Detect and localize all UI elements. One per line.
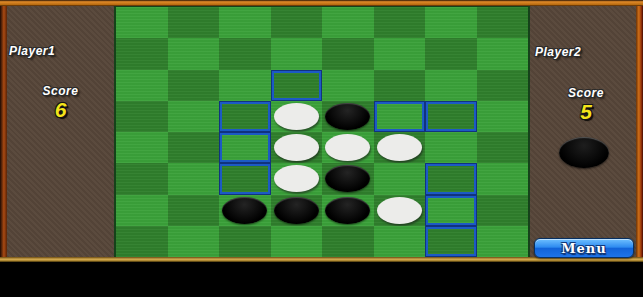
board-cell-r2c3-legal-move[interactable] — [271, 70, 323, 101]
board-cell-r2c2[interactable] — [219, 70, 271, 101]
board-cell-r1c5[interactable] — [374, 38, 426, 69]
board-cell-r5c2-legal-move[interactable] — [219, 163, 271, 194]
board-cell-r0c1[interactable] — [168, 7, 220, 38]
board-cell-r1c7[interactable] — [477, 38, 529, 69]
frame-right-border — [636, 6, 643, 257]
board-cell-r3c0[interactable] — [116, 101, 168, 132]
board-cell-r3c6-legal-move[interactable] — [425, 101, 477, 132]
white-disc — [325, 134, 370, 161]
board-cell-r6c3[interactable] — [271, 195, 323, 226]
board-cell-r3c1[interactable] — [168, 101, 220, 132]
board-cell-r0c0[interactable] — [116, 7, 168, 38]
board — [114, 6, 530, 257]
board-cell-r6c7[interactable] — [477, 195, 529, 226]
board-cell-r5c3[interactable] — [271, 163, 323, 194]
player1-score-label: Score — [7, 84, 114, 98]
board-cell-r4c5[interactable] — [374, 132, 426, 163]
black-disc — [222, 197, 267, 224]
game-screen: Player1 Score 6 Player2 Score 5 Menu — [0, 0, 643, 297]
menu-button-label: Menu — [561, 242, 607, 255]
white-disc — [377, 197, 422, 224]
board-cell-r6c4[interactable] — [322, 195, 374, 226]
board-cell-r7c1[interactable] — [168, 226, 220, 257]
board-cell-r2c7[interactable] — [477, 70, 529, 101]
player2-panel: Player2 Score 5 Menu — [530, 6, 636, 257]
board-cell-r0c7[interactable] — [477, 7, 529, 38]
bottom-letterbox — [0, 262, 643, 297]
board-cell-r0c4[interactable] — [322, 7, 374, 38]
player1-score-value: 6 — [7, 98, 114, 122]
board-cell-r0c6[interactable] — [425, 7, 477, 38]
board-cell-r6c5[interactable] — [374, 195, 426, 226]
board-cell-r5c7[interactable] — [477, 163, 529, 194]
board-cell-r2c0[interactable] — [116, 70, 168, 101]
frame-left-border — [0, 6, 7, 257]
menu-button[interactable]: Menu — [534, 238, 634, 258]
board-cell-r0c2[interactable] — [219, 7, 271, 38]
board-cell-r3c3[interactable] — [271, 101, 323, 132]
board-cell-r2c5[interactable] — [374, 70, 426, 101]
board-cell-r6c6-legal-move[interactable] — [425, 195, 477, 226]
board-cell-r6c2[interactable] — [219, 195, 271, 226]
board-cell-r4c1[interactable] — [168, 132, 220, 163]
board-cell-r7c4[interactable] — [322, 226, 374, 257]
board-cell-r5c4[interactable] — [322, 163, 374, 194]
board-cell-r4c2-legal-move[interactable] — [219, 132, 271, 163]
board-cell-r3c4[interactable] — [322, 101, 374, 132]
white-disc — [274, 103, 319, 130]
white-disc — [274, 134, 319, 161]
white-disc — [274, 165, 319, 192]
board-cell-r1c2[interactable] — [219, 38, 271, 69]
board-cell-r6c0[interactable] — [116, 195, 168, 226]
board-cell-r3c7[interactable] — [477, 101, 529, 132]
board-cell-r7c5[interactable] — [374, 226, 426, 257]
board-cell-r7c6-legal-move[interactable] — [425, 226, 477, 257]
board-cell-r7c2[interactable] — [219, 226, 271, 257]
board-cell-r4c4[interactable] — [322, 132, 374, 163]
board-cell-r1c4[interactable] — [322, 38, 374, 69]
player1-panel: Player1 Score 6 — [7, 6, 114, 257]
board-cell-r7c0[interactable] — [116, 226, 168, 257]
board-cell-r4c7[interactable] — [477, 132, 529, 163]
board-cell-r3c2-legal-move[interactable] — [219, 101, 271, 132]
board-cell-r5c5[interactable] — [374, 163, 426, 194]
white-disc — [377, 134, 422, 161]
board-cell-r7c3[interactable] — [271, 226, 323, 257]
board-cell-r5c6-legal-move[interactable] — [425, 163, 477, 194]
board-cell-r5c0[interactable] — [116, 163, 168, 194]
board-cell-r3c5-legal-move[interactable] — [374, 101, 426, 132]
board-grid — [116, 7, 528, 257]
board-cell-r2c6[interactable] — [425, 70, 477, 101]
board-cell-r7c7[interactable] — [477, 226, 529, 257]
black-disc — [325, 197, 370, 224]
board-cell-r4c6[interactable] — [425, 132, 477, 163]
board-cell-r2c1[interactable] — [168, 70, 220, 101]
board-cell-r1c0[interactable] — [116, 38, 168, 69]
board-cell-r0c3[interactable] — [271, 7, 323, 38]
board-cell-r1c1[interactable] — [168, 38, 220, 69]
board-cell-r0c5[interactable] — [374, 7, 426, 38]
board-cell-r2c4[interactable] — [322, 70, 374, 101]
turn-indicator-black-disc — [559, 137, 609, 168]
black-disc — [325, 165, 370, 192]
board-cell-r1c6[interactable] — [425, 38, 477, 69]
player1-name: Player1 — [9, 44, 55, 58]
board-cell-r5c1[interactable] — [168, 163, 220, 194]
board-cell-r1c3[interactable] — [271, 38, 323, 69]
player2-score-value: 5 — [530, 100, 636, 124]
player2-score-label: Score — [530, 86, 636, 100]
board-cell-r6c1[interactable] — [168, 195, 220, 226]
board-cell-r4c0[interactable] — [116, 132, 168, 163]
board-cell-r4c3[interactable] — [271, 132, 323, 163]
player2-name: Player2 — [535, 45, 581, 59]
black-disc — [325, 103, 370, 130]
black-disc — [274, 197, 319, 224]
